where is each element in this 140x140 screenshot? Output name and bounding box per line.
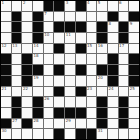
black-cell-r10c10 [97,97,107,107]
white-cell-r9c1[interactable]: 21 [1,87,11,97]
black-cell-r11c10 [97,108,107,118]
white-cell-r6c12[interactable] [119,54,129,64]
black-cell-r7c10 [97,65,107,75]
white-cell-r12c6[interactable] [54,119,64,129]
black-cell-r8c13 [129,76,139,86]
black-cell-r4c4 [33,33,43,43]
white-cell-r1c7[interactable]: 3 [65,1,75,11]
white-cell-r1c10[interactable]: 5 [97,1,107,11]
white-cell-r5c12[interactable]: 17 [119,44,129,54]
black-cell-r7c3 [22,65,32,75]
white-cell-r5c2[interactable]: 13 [12,44,22,54]
black-cell-r10c2 [12,97,22,107]
black-cell-r13c8 [76,129,86,139]
black-cell-r12c12 [119,119,129,129]
white-cell-r13c2[interactable] [12,129,22,139]
white-cell-r13c5[interactable] [44,129,54,139]
black-cell-r11c7 [65,108,75,118]
black-cell-r11c8 [76,108,86,118]
white-cell-r4c7[interactable]: 11 [65,33,75,43]
black-cell-r10c4 [33,97,43,107]
white-cell-r9c5[interactable] [44,87,54,97]
black-cell-r3c8 [76,22,86,32]
black-cell-r11c6 [54,108,64,118]
clue-number: 21 [2,87,7,91]
black-cell-r5c8 [76,44,86,54]
white-cell-r3c13[interactable]: 9 [129,22,139,32]
black-cell-r5c6 [54,44,64,54]
white-cell-r7c2[interactable] [12,65,22,75]
white-cell-r1c3[interactable]: 2 [22,1,32,11]
clue-number: 31 [98,129,103,133]
clue-number: 28 [34,119,39,123]
white-cell-r13c7[interactable] [65,129,75,139]
white-cell-r4c1[interactable] [1,33,11,43]
crossword-grid: 1234567891011121314151617181920212223242… [0,0,140,140]
clue-number: 23 [87,87,92,91]
clue-number: 19 [34,76,39,80]
clue-number: 22 [23,87,28,91]
white-cell-r4c6[interactable] [54,33,64,43]
white-cell-r8c5[interactable] [44,76,54,86]
black-cell-r7c6 [54,65,64,75]
white-cell-r11c1[interactable] [1,108,11,118]
clue-number: 25 [130,87,135,91]
clue-number: 15 [87,44,92,48]
white-cell-r13c13[interactable] [129,129,139,139]
white-cell-r10c9[interactable] [87,97,97,107]
white-cell-r2c10[interactable] [97,12,107,22]
white-cell-r7c7[interactable] [65,65,75,75]
white-cell-r1c4[interactable] [33,1,43,11]
white-cell-r6c9[interactable] [87,54,97,64]
white-cell-r6c4[interactable]: 18 [33,54,43,64]
clue-number: 8 [108,22,111,26]
clue-number: 4 [87,1,90,5]
clue-number: 11 [66,33,71,37]
black-cell-r4c2 [12,33,22,43]
black-cell-r13c6 [54,129,64,139]
white-cell-r13c11[interactable] [108,129,118,139]
clue-number: 27 [12,119,17,123]
white-cell-r5c13[interactable] [129,44,139,54]
white-cell-r7c12[interactable] [119,65,129,75]
white-cell-r12c5[interactable] [44,119,54,129]
white-cell-r3c1[interactable] [1,22,11,32]
black-cell-r6c1 [1,54,11,64]
white-cell-r1c1[interactable]: 1 [1,1,11,11]
clue-number: 10 [44,33,49,37]
white-cell-r11c13[interactable] [129,108,139,118]
clue-number: 20 [98,76,103,80]
black-cell-r1c6 [54,1,64,11]
white-cell-r12c11[interactable] [108,119,118,129]
white-cell-r2c1[interactable] [1,12,11,22]
white-cell-r12c8[interactable] [76,119,86,129]
white-cell-r5c10[interactable]: 16 [97,44,107,54]
clue-number: 13 [12,44,17,48]
white-cell-r8c6[interactable] [54,76,64,86]
white-cell-r12c4[interactable]: 28 [33,119,43,129]
white-cell-r12c9[interactable] [87,119,97,129]
clue-number: 7 [44,12,47,16]
white-cell-r11c9[interactable] [87,108,97,118]
white-cell-r6c7[interactable] [65,54,75,64]
clue-number: 6 [119,1,122,5]
black-cell-r8c1 [1,76,11,86]
white-cell-r3c5[interactable] [44,22,54,32]
black-cell-r9c6 [54,87,64,97]
white-cell-r11c3[interactable] [22,108,32,118]
white-cell-r5c5[interactable] [44,44,54,54]
white-cell-r2c6[interactable] [54,12,64,22]
black-cell-r6c3 [22,54,32,64]
black-cell-r3c6 [54,22,64,32]
white-cell-r10c8[interactable] [76,97,86,107]
white-cell-r8c7[interactable] [65,76,75,86]
white-cell-r9c9[interactable]: 23 [87,87,97,97]
white-cell-r2c12[interactable] [119,12,129,22]
black-cell-r1c8 [76,1,86,11]
white-cell-r7c5[interactable] [44,65,54,75]
white-cell-r8c9[interactable] [87,76,97,86]
white-cell-r3c11[interactable]: 8 [108,22,118,32]
white-cell-r5c4[interactable]: 14 [33,44,43,54]
black-cell-r11c4 [33,108,43,118]
white-cell-r1c11[interactable] [108,1,118,11]
black-cell-r2c2 [12,12,22,22]
white-cell-r4c11[interactable] [108,33,118,43]
black-cell-r12c10 [97,119,107,129]
clue-number: 5 [98,1,101,5]
white-cell-r10c6[interactable] [54,97,64,107]
black-cell-r11c12 [119,108,129,118]
white-cell-r4c3[interactable] [22,33,32,43]
white-cell-r12c13[interactable] [129,119,139,129]
white-cell-r10c7[interactable] [65,97,75,107]
white-cell-r9c7[interactable] [65,87,75,97]
white-cell-r12c2[interactable]: 27 [12,119,22,129]
white-cell-r9c4[interactable] [33,87,43,97]
white-cell-r6c8[interactable] [76,54,86,64]
white-cell-r2c9[interactable] [87,12,97,22]
clue-number: 30 [2,129,7,133]
white-cell-r9c13[interactable]: 25 [129,87,139,97]
white-cell-r2c8[interactable] [76,12,86,22]
white-cell-r10c1[interactable] [1,97,11,107]
white-cell-r9c10[interactable] [97,87,107,97]
white-cell-r8c4[interactable]: 19 [33,76,43,86]
clue-number: 17 [119,44,124,48]
clue-number: 12 [2,44,7,48]
white-cell-r6c5[interactable] [44,54,54,64]
white-cell-r13c1[interactable]: 30 [1,129,11,139]
black-cell-r8c11 [108,76,118,86]
white-cell-r4c5[interactable]: 10 [44,33,54,43]
white-cell-r10c3[interactable] [22,97,32,107]
black-cell-r12c3 [22,119,32,129]
clue-number: 29 [66,119,71,123]
clue-number: 3 [66,1,69,5]
black-cell-r3c2 [12,22,22,32]
white-cell-r4c9[interactable] [87,33,97,43]
white-cell-r13c3[interactable] [22,129,32,139]
clue-number: 24 [108,87,113,91]
clue-number: 9 [130,22,133,26]
white-cell-r10c5[interactable]: 26 [44,97,54,107]
white-cell-r7c9[interactable] [87,65,97,75]
white-cell-r1c13[interactable] [129,1,139,11]
white-cell-r11c5[interactable] [44,108,54,118]
white-cell-r2c3[interactable] [22,12,32,22]
white-cell-r5c11[interactable] [108,44,118,54]
white-cell-r6c6[interactable] [54,54,64,64]
white-cell-r3c3[interactable] [22,22,32,32]
clue-number: 1 [2,1,5,5]
clue-number: 14 [34,44,39,48]
white-cell-r9c11[interactable]: 24 [108,87,118,97]
clue-number: 18 [34,54,39,58]
white-cell-r13c12[interactable] [119,129,129,139]
black-cell-r2c13 [129,12,139,22]
white-cell-r9c2[interactable] [12,87,22,97]
clue-number: 26 [44,97,49,101]
white-cell-r5c1[interactable]: 12 [1,44,11,54]
white-cell-r8c8[interactable] [76,76,86,86]
black-cell-r6c11 [108,54,118,64]
black-cell-r12c1 [1,119,11,129]
black-cell-r7c1 [1,65,11,75]
black-cell-r3c7 [65,22,75,32]
black-cell-r13c9 [87,129,97,139]
black-cell-r9c8 [76,87,86,97]
black-cell-r11c2 [12,108,22,118]
black-cell-r6c13 [129,54,139,64]
black-cell-r2c4 [33,12,43,22]
white-cell-r5c9[interactable]: 15 [87,44,97,54]
black-cell-r3c4 [33,22,43,32]
white-cell-r1c12[interactable]: 6 [119,1,129,11]
black-cell-r8c3 [22,76,32,86]
white-cell-r13c10[interactable]: 31 [97,129,107,139]
white-cell-r9c3[interactable]: 22 [22,87,32,97]
clue-number: 16 [98,44,103,48]
black-cell-r4c12 [119,33,129,43]
white-cell-r8c2[interactable] [12,76,22,86]
white-cell-r13c4[interactable] [33,129,43,139]
black-cell-r4c10 [97,33,107,43]
white-cell-r6c10[interactable] [97,54,107,64]
black-cell-r10c12 [119,97,129,107]
black-cell-r7c11 [108,65,118,75]
black-cell-r1c5 [44,1,54,11]
black-cell-r7c8 [76,65,86,75]
white-cell-r11c11[interactable] [108,108,118,118]
white-cell-r2c5[interactable]: 7 [44,12,54,22]
white-cell-r9c12[interactable] [119,87,129,97]
white-cell-r10c13[interactable] [129,97,139,107]
white-cell-r5c3[interactable] [22,44,32,54]
white-cell-r5c7[interactable] [65,44,75,54]
black-cell-r2c11 [108,12,118,22]
white-cell-r1c2[interactable] [12,1,22,11]
white-cell-r6c2[interactable] [12,54,22,64]
black-cell-r7c13 [129,65,139,75]
white-cell-r8c12[interactable] [119,76,129,86]
white-cell-r8c10[interactable]: 20 [97,76,107,86]
white-cell-r3c9[interactable] [87,22,97,32]
white-cell-r1c9[interactable]: 4 [87,1,97,11]
white-cell-r12c7[interactable]: 29 [65,119,75,129]
black-cell-r7c4 [33,65,43,75]
clue-number: 2 [23,1,26,5]
black-cell-r3c10 [97,22,107,32]
white-cell-r10c11[interactable] [108,97,118,107]
white-cell-r4c8[interactable] [76,33,86,43]
white-cell-r2c7[interactable] [65,12,75,22]
black-cell-r3c12 [119,22,129,32]
white-cell-r4c13[interactable] [129,33,139,43]
